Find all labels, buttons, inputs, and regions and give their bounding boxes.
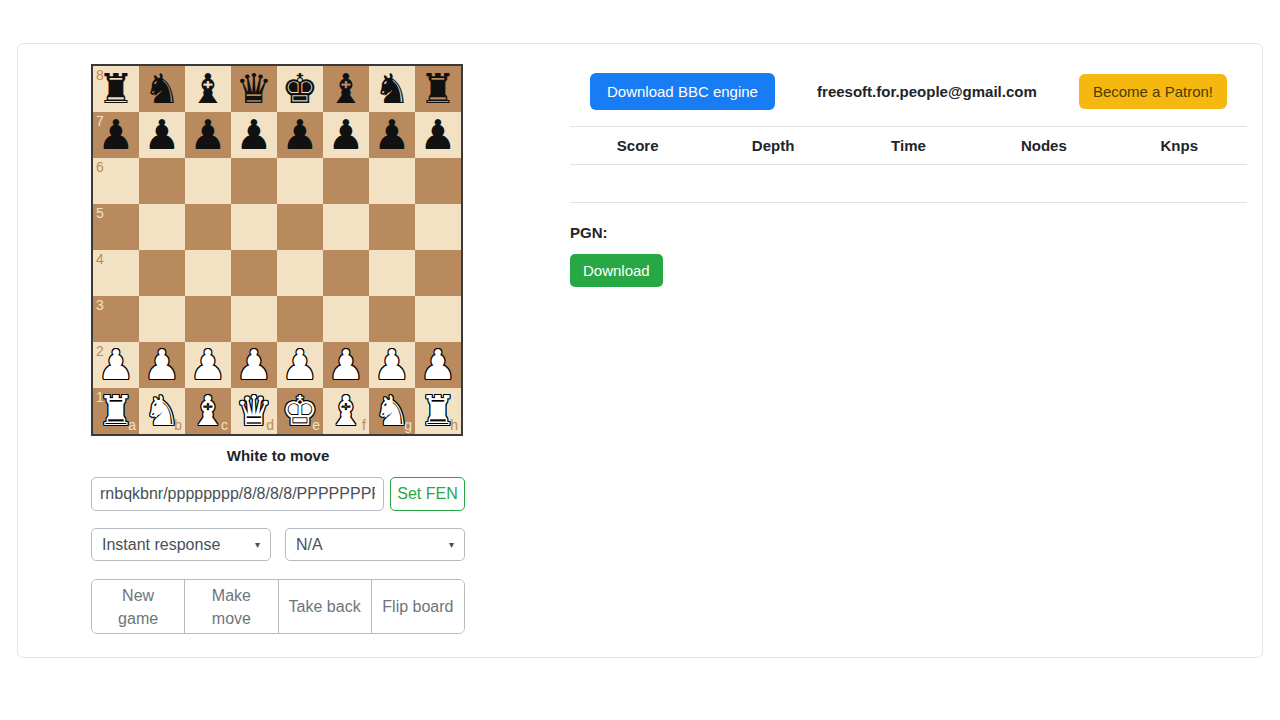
square-b8[interactable]: ♞ [139,66,185,112]
engine-table-header-row: Score Depth Time Nodes Knps [570,127,1247,165]
square-a7[interactable]: ♟7 [93,112,139,158]
file-label-f: f [362,418,366,432]
rank-label-7: 7 [96,114,104,128]
file-label-d: d [266,418,274,432]
square-f6[interactable] [323,158,369,204]
square-c4[interactable] [185,250,231,296]
square-f7[interactable]: ♟ [323,112,369,158]
black-pawn[interactable]: ♟ [323,112,369,158]
square-a2[interactable]: ♟2 [93,342,139,388]
square-f4[interactable] [323,250,369,296]
square-a4[interactable]: 4 [93,250,139,296]
file-label-a: a [128,418,136,432]
square-g1[interactable]: ♞g [369,388,415,434]
square-a5[interactable]: 5 [93,204,139,250]
square-f2[interactable]: ♟ [323,342,369,388]
download-engine-button[interactable]: Download BBC engine [590,73,775,110]
engine-panel: Download BBC engine freesoft.for.people@… [538,64,1262,657]
black-king[interactable]: ♚ [277,66,323,112]
white-pawn[interactable]: ♟ [139,342,185,388]
response-mode-select[interactable]: Instant response ▾ [91,528,271,561]
black-pawn[interactable]: ♟ [139,112,185,158]
column-time: Time [841,127,976,165]
black-knight[interactable]: ♞ [369,66,415,112]
square-e6[interactable] [277,158,323,204]
turn-indicator: White to move [91,447,465,464]
file-label-h: h [450,418,458,432]
black-pawn[interactable]: ♟ [185,112,231,158]
white-pawn[interactable]: ♟ [277,342,323,388]
square-h3[interactable] [415,296,461,342]
black-rook[interactable]: ♜ [415,66,461,112]
square-c2[interactable]: ♟ [185,342,231,388]
rank-label-3: 3 [96,298,104,312]
engine-table-empty-row [570,165,1247,203]
square-f1[interactable]: ♝f [323,388,369,434]
square-b2[interactable]: ♟ [139,342,185,388]
square-e1[interactable]: ♚e [277,388,323,434]
square-g4[interactable] [369,250,415,296]
black-pawn[interactable]: ♟ [369,112,415,158]
new-game-button[interactable]: New game [92,580,184,633]
black-pawn[interactable]: ♟ [231,112,277,158]
rank-label-1: 1 [96,390,104,404]
file-label-b: b [174,418,182,432]
square-h8[interactable]: ♜ [415,66,461,112]
square-c1[interactable]: ♝c [185,388,231,434]
white-pawn[interactable]: ♟ [369,342,415,388]
square-g5[interactable] [369,204,415,250]
square-c3[interactable] [185,296,231,342]
square-h7[interactable]: ♟ [415,112,461,158]
square-d1[interactable]: ♛d [231,388,277,434]
contact-email: freesoft.for.people@gmail.com [817,83,1037,100]
set-fen-button[interactable]: Set FEN [390,477,465,511]
white-pawn[interactable]: ♟ [185,342,231,388]
chevron-down-icon: ▾ [449,539,454,550]
square-b4[interactable] [139,250,185,296]
square-e8[interactable]: ♚ [277,66,323,112]
square-g2[interactable]: ♟ [369,342,415,388]
square-e5[interactable] [277,204,323,250]
square-h2[interactable]: ♟ [415,342,461,388]
column-knps: Knps [1112,127,1247,165]
book-select-value: N/A [296,536,323,554]
square-d7[interactable]: ♟ [231,112,277,158]
rank-label-4: 4 [96,252,104,266]
board-panel: ♜8♞♝♛♚♝♞♜♟7♟♟♟♟♟♟♟6543♟2♟♟♟♟♟♟♟♜1a♞b♝c♛d… [18,64,538,657]
square-a1[interactable]: ♜1a [93,388,139,434]
column-score: Score [570,127,705,165]
square-b7[interactable]: ♟ [139,112,185,158]
square-f3[interactable] [323,296,369,342]
pgn-download-button[interactable]: Download [570,254,663,287]
chess-board[interactable]: ♜8♞♝♛♚♝♞♜♟7♟♟♟♟♟♟♟6543♟2♟♟♟♟♟♟♟♜1a♞b♝c♛d… [91,64,463,436]
chevron-down-icon: ▾ [255,539,260,550]
square-h6[interactable] [415,158,461,204]
square-a3[interactable]: 3 [93,296,139,342]
white-pawn[interactable]: ♟ [231,342,277,388]
black-bishop[interactable]: ♝ [323,66,369,112]
square-d8[interactable]: ♛ [231,66,277,112]
square-c8[interactable]: ♝ [185,66,231,112]
square-b6[interactable] [139,158,185,204]
square-h5[interactable] [415,204,461,250]
square-g7[interactable]: ♟ [369,112,415,158]
black-pawn[interactable]: ♟ [277,112,323,158]
rank-label-6: 6 [96,160,104,174]
options-row: Instant response ▾ N/A ▾ [91,528,465,561]
game-controls: New game Make move Take back Flip board [91,579,465,634]
square-d6[interactable] [231,158,277,204]
square-d5[interactable] [231,204,277,250]
square-a6[interactable]: 6 [93,158,139,204]
rank-label-8: 8 [96,68,104,82]
pgn-label: PGN: [570,224,1247,241]
square-c6[interactable] [185,158,231,204]
fen-input[interactable] [91,477,384,511]
file-label-g: g [404,418,412,432]
make-move-button[interactable]: Make move [184,580,277,633]
fen-row: Set FEN [91,477,465,511]
square-h4[interactable] [415,250,461,296]
flip-board-button[interactable]: Flip board [371,580,464,633]
black-pawn[interactable]: ♟ [415,112,461,158]
square-d3[interactable] [231,296,277,342]
engine-output-table: Score Depth Time Nodes Knps [570,126,1247,203]
column-depth: Depth [705,127,840,165]
square-e4[interactable] [277,250,323,296]
header-bar: Download BBC engine freesoft.for.people@… [570,72,1247,110]
main-card: ♜8♞♝♛♚♝♞♜♟7♟♟♟♟♟♟♟6543♟2♟♟♟♟♟♟♟♜1a♞b♝c♛d… [17,43,1263,658]
take-back-button[interactable]: Take back [278,580,371,633]
square-g8[interactable]: ♞ [369,66,415,112]
rank-label-2: 2 [96,344,104,358]
square-b1[interactable]: ♞b [139,388,185,434]
square-f8[interactable]: ♝ [323,66,369,112]
file-label-e: e [312,418,320,432]
black-knight[interactable]: ♞ [139,66,185,112]
white-pawn[interactable]: ♟ [415,342,461,388]
square-b3[interactable] [139,296,185,342]
square-d2[interactable]: ♟ [231,342,277,388]
square-c7[interactable]: ♟ [185,112,231,158]
file-label-c: c [221,418,228,432]
square-g3[interactable] [369,296,415,342]
book-select[interactable]: N/A ▾ [285,528,465,561]
become-patron-button[interactable]: Become a Patron! [1079,74,1227,109]
black-queen[interactable]: ♛ [231,66,277,112]
rank-label-5: 5 [96,206,104,220]
square-e2[interactable]: ♟ [277,342,323,388]
black-bishop[interactable]: ♝ [185,66,231,112]
square-f5[interactable] [323,204,369,250]
square-e3[interactable] [277,296,323,342]
square-g6[interactable] [369,158,415,204]
response-mode-value: Instant response [102,536,220,554]
square-e7[interactable]: ♟ [277,112,323,158]
square-h1[interactable]: ♜h [415,388,461,434]
white-pawn[interactable]: ♟ [323,342,369,388]
column-nodes: Nodes [976,127,1111,165]
square-b5[interactable] [139,204,185,250]
square-c5[interactable] [185,204,231,250]
square-d4[interactable] [231,250,277,296]
square-a8[interactable]: ♜8 [93,66,139,112]
